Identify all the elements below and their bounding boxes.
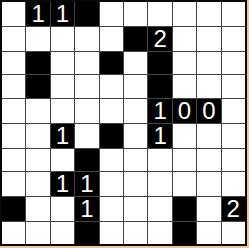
wall-cell-r6c3 — [75, 149, 98, 171]
open-cell-r6c5[interactable] — [124, 149, 147, 171]
wall-cell-r5c4 — [100, 124, 123, 148]
open-cell-r9c1[interactable] — [26, 222, 49, 244]
open-cell-r6c0[interactable] — [2, 149, 25, 171]
open-cell-r3c8[interactable] — [197, 75, 220, 97]
open-cell-r3c7[interactable] — [173, 75, 196, 97]
open-cell-r5c7[interactable] — [173, 124, 196, 148]
open-cell-r4c9[interactable] — [222, 99, 245, 123]
open-cell-r7c0[interactable] — [2, 172, 25, 196]
open-cell-r1c7[interactable] — [173, 27, 196, 51]
open-cell-r8c8[interactable] — [197, 197, 220, 221]
wall-cell-r8c0 — [2, 197, 25, 221]
open-cell-r8c4[interactable] — [100, 197, 123, 221]
numbered-wall-cell-r8c3: 1 — [75, 197, 98, 221]
open-cell-r9c5[interactable] — [124, 222, 147, 244]
wall-cell-r1c5 — [124, 27, 147, 51]
wall-cell-r8c7 — [173, 197, 196, 221]
open-cell-r4c1[interactable] — [26, 99, 49, 123]
open-cell-r4c4[interactable] — [100, 99, 123, 123]
open-cell-r2c7[interactable] — [173, 52, 196, 74]
open-cell-r1c0[interactable] — [2, 27, 25, 51]
wall-cell-r2c1 — [26, 52, 49, 74]
wall-cell-r3c6 — [148, 75, 171, 97]
open-cell-r7c8[interactable] — [197, 172, 220, 196]
open-cell-r0c8[interactable] — [197, 2, 220, 26]
open-cell-r2c5[interactable] — [124, 52, 147, 74]
open-cell-r7c7[interactable] — [173, 172, 196, 196]
open-cell-r7c4[interactable] — [100, 172, 123, 196]
open-cell-r5c5[interactable] — [124, 124, 147, 148]
wall-cell-r2c6 — [148, 52, 171, 74]
open-cell-r4c0[interactable] — [2, 99, 25, 123]
open-cell-r4c2[interactable] — [51, 99, 74, 123]
open-cell-r1c9[interactable] — [222, 27, 245, 51]
open-cell-r7c5[interactable] — [124, 172, 147, 196]
open-cell-r9c6[interactable] — [148, 222, 171, 244]
open-cell-r7c9[interactable] — [222, 172, 245, 196]
numbered-wall-cell-r4c6: 1 — [148, 99, 171, 123]
open-cell-r2c8[interactable] — [197, 52, 220, 74]
open-cell-r3c2[interactable] — [51, 75, 74, 97]
akari-puzzle-board: 112100111112 — [0, 0, 247, 246]
open-cell-r5c1[interactable] — [26, 124, 49, 148]
open-cell-r3c3[interactable] — [75, 75, 98, 97]
open-cell-r6c2[interactable] — [51, 149, 74, 171]
open-cell-r8c5[interactable] — [124, 197, 147, 221]
open-cell-r0c4[interactable] — [100, 2, 123, 26]
open-cell-r3c9[interactable] — [222, 75, 245, 97]
open-cell-r5c9[interactable] — [222, 124, 245, 148]
open-cell-r3c5[interactable] — [124, 75, 147, 97]
numbered-wall-cell-r0c1: 1 — [26, 2, 49, 26]
open-cell-r6c9[interactable] — [222, 149, 245, 171]
numbered-wall-cell-r4c8: 0 — [197, 99, 220, 123]
wall-cell-r9c3 — [75, 222, 98, 244]
numbered-wall-cell-r1c6: 2 — [148, 27, 171, 51]
open-cell-r0c7[interactable] — [173, 2, 196, 26]
open-cell-r5c3[interactable] — [75, 124, 98, 148]
open-cell-r8c1[interactable] — [26, 197, 49, 221]
open-cell-r1c1[interactable] — [26, 27, 49, 51]
open-cell-r6c4[interactable] — [100, 149, 123, 171]
numbered-wall-cell-r4c7: 0 — [173, 99, 196, 123]
open-cell-r5c0[interactable] — [2, 124, 25, 148]
numbered-wall-cell-r0c2: 1 — [51, 2, 74, 26]
open-cell-r6c7[interactable] — [173, 149, 196, 171]
open-cell-r7c1[interactable] — [26, 172, 49, 196]
numbered-wall-cell-r5c2: 1 — [51, 124, 74, 148]
open-cell-r9c4[interactable] — [100, 222, 123, 244]
numbered-wall-cell-r8c9: 2 — [222, 197, 245, 221]
open-cell-r0c9[interactable] — [222, 2, 245, 26]
open-cell-r6c6[interactable] — [148, 149, 171, 171]
numbered-wall-cell-r7c3: 1 — [75, 172, 98, 196]
numbered-wall-cell-r5c6: 1 — [148, 124, 171, 148]
open-cell-r8c2[interactable] — [51, 197, 74, 221]
open-cell-r4c5[interactable] — [124, 99, 147, 123]
open-cell-r2c0[interactable] — [2, 52, 25, 74]
open-cell-r7c6[interactable] — [148, 172, 171, 196]
wall-cell-r3c1 — [26, 75, 49, 97]
open-cell-r3c4[interactable] — [100, 75, 123, 97]
open-cell-r2c3[interactable] — [75, 52, 98, 74]
open-cell-r4c3[interactable] — [75, 99, 98, 123]
open-cell-r1c8[interactable] — [197, 27, 220, 51]
open-cell-r9c8[interactable] — [197, 222, 220, 244]
open-cell-r2c9[interactable] — [222, 52, 245, 74]
wall-cell-r2c4 — [100, 52, 123, 74]
numbered-wall-cell-r7c2: 1 — [51, 172, 74, 196]
open-cell-r6c1[interactable] — [26, 149, 49, 171]
open-cell-r9c2[interactable] — [51, 222, 74, 244]
open-cell-r0c0[interactable] — [2, 2, 25, 26]
wall-cell-r0c3 — [75, 2, 98, 26]
open-cell-r1c4[interactable] — [100, 27, 123, 51]
open-cell-r0c6[interactable] — [148, 2, 171, 26]
open-cell-r2c2[interactable] — [51, 52, 74, 74]
open-cell-r3c0[interactable] — [2, 75, 25, 97]
open-cell-r9c9[interactable] — [222, 222, 245, 244]
open-cell-r0c5[interactable] — [124, 2, 147, 26]
open-cell-r1c3[interactable] — [75, 27, 98, 51]
open-cell-r8c6[interactable] — [148, 197, 171, 221]
open-cell-r6c8[interactable] — [197, 149, 220, 171]
open-cell-r5c8[interactable] — [197, 124, 220, 148]
open-cell-r9c0[interactable] — [2, 222, 25, 244]
wall-cell-r9c7 — [173, 222, 196, 244]
open-cell-r1c2[interactable] — [51, 27, 74, 51]
